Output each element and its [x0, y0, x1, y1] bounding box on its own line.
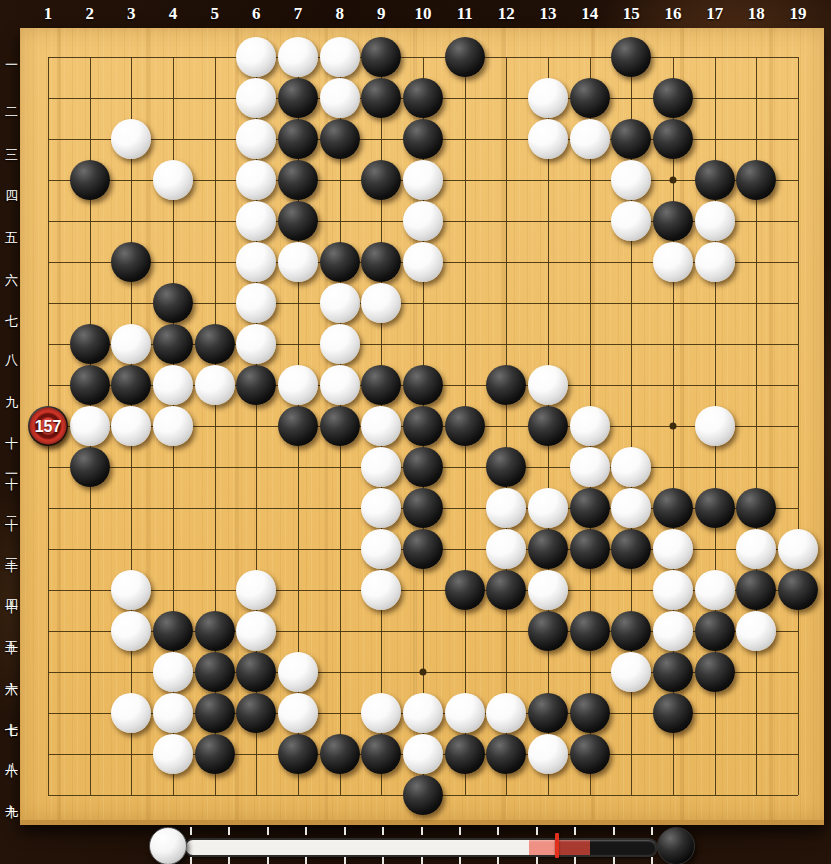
black-stone[interactable]	[278, 160, 318, 200]
black-stone[interactable]	[153, 283, 193, 323]
white-stone[interactable]	[611, 160, 651, 200]
white-stone[interactable]	[528, 78, 568, 118]
black-stone[interactable]	[570, 693, 610, 733]
slider-tick	[497, 827, 499, 835]
column-label: 3	[127, 5, 136, 22]
goban: 157	[20, 28, 824, 825]
white-stone[interactable]	[111, 324, 151, 364]
go-game-screen: 157 12345678910111213141516171819一二三四五六七…	[0, 0, 831, 864]
white-stone[interactable]	[611, 488, 651, 528]
slider-tick	[574, 857, 576, 864]
white-stone[interactable]	[361, 283, 401, 323]
black-stone[interactable]	[570, 78, 610, 118]
white-stone[interactable]	[236, 611, 276, 651]
column-label: 12	[498, 5, 515, 22]
white-stone[interactable]	[445, 693, 485, 733]
move-slider-track[interactable]	[184, 838, 658, 857]
black-stone[interactable]	[445, 37, 485, 77]
slider-tick	[651, 827, 653, 835]
column-label: 5	[210, 5, 219, 22]
white-stone[interactable]	[403, 242, 443, 282]
slider-tick	[305, 857, 307, 864]
white-stone[interactable]	[611, 201, 651, 241]
white-stone[interactable]	[528, 119, 568, 159]
slider-tick	[459, 857, 461, 864]
column-label: 11	[457, 5, 473, 22]
column-label: 15	[623, 5, 640, 22]
black-stone[interactable]	[611, 119, 651, 159]
slider-tick	[344, 827, 346, 835]
slider-tick	[267, 827, 269, 835]
white-stone[interactable]	[486, 488, 526, 528]
white-stone[interactable]	[570, 447, 610, 487]
white-stone[interactable]	[195, 365, 235, 405]
slider-tick	[267, 857, 269, 864]
slider-end-knob-black-stone[interactable]	[657, 827, 695, 864]
black-stone[interactable]	[611, 611, 651, 651]
slider-start-knob-white-stone[interactable]	[149, 827, 187, 864]
star-point	[669, 177, 676, 184]
black-stone[interactable]	[653, 119, 693, 159]
black-stone[interactable]	[320, 406, 360, 446]
white-stone[interactable]	[528, 570, 568, 610]
column-label: 10	[414, 5, 431, 22]
black-stone[interactable]	[70, 447, 110, 487]
black-stone[interactable]	[486, 365, 526, 405]
white-stone[interactable]	[611, 447, 651, 487]
white-stone[interactable]	[236, 78, 276, 118]
black-stone[interactable]	[445, 734, 485, 774]
white-stone[interactable]	[278, 693, 318, 733]
white-stone[interactable]	[653, 529, 693, 569]
black-stone[interactable]	[403, 447, 443, 487]
slider-tick	[190, 827, 192, 835]
black-stone[interactable]	[70, 160, 110, 200]
white-stone[interactable]	[653, 242, 693, 282]
white-stone[interactable]	[236, 119, 276, 159]
black-stone[interactable]	[611, 37, 651, 77]
white-stone[interactable]	[153, 160, 193, 200]
white-stone[interactable]	[570, 406, 610, 446]
slider-tick	[536, 827, 538, 835]
white-stone[interactable]	[653, 611, 693, 651]
black-stone[interactable]	[361, 37, 401, 77]
black-stone[interactable]	[403, 78, 443, 118]
black-stone[interactable]	[653, 652, 693, 692]
black-stone[interactable]	[528, 406, 568, 446]
slider-tick	[228, 857, 230, 864]
white-stone[interactable]	[320, 78, 360, 118]
column-label: 9	[377, 5, 386, 22]
white-stone[interactable]	[111, 570, 151, 610]
white-stone[interactable]	[528, 365, 568, 405]
black-stone[interactable]	[403, 488, 443, 528]
black-stone[interactable]	[320, 734, 360, 774]
column-label: 6	[252, 5, 261, 22]
black-stone[interactable]	[403, 119, 443, 159]
column-label: 7	[294, 5, 303, 22]
black-stone[interactable]	[570, 734, 610, 774]
white-stone[interactable]	[278, 652, 318, 692]
black-stone[interactable]	[361, 242, 401, 282]
white-stone[interactable]	[236, 37, 276, 77]
slider-tick	[190, 857, 192, 864]
last-move-number-marker: 157	[30, 408, 67, 445]
white-stone[interactable]	[695, 242, 735, 282]
white-stone[interactable]	[736, 529, 776, 569]
slider-tick	[421, 827, 423, 835]
black-stone[interactable]	[695, 611, 735, 651]
white-stone[interactable]	[70, 406, 110, 446]
black-stone[interactable]	[111, 365, 151, 405]
slider-tick	[536, 857, 538, 864]
black-stone[interactable]	[278, 734, 318, 774]
current-move-marker[interactable]	[555, 833, 559, 858]
black-stone[interactable]	[111, 242, 151, 282]
star-point	[419, 669, 426, 676]
white-stone[interactable]	[236, 201, 276, 241]
black-stone[interactable]	[570, 529, 610, 569]
black-stone[interactable]	[736, 570, 776, 610]
white-stone[interactable]	[403, 734, 443, 774]
black-stone[interactable]	[528, 529, 568, 569]
column-label: 14	[581, 5, 598, 22]
black-stone[interactable]	[403, 529, 443, 569]
black-stone[interactable]	[445, 570, 485, 610]
black-stone[interactable]	[361, 734, 401, 774]
white-stone[interactable]	[361, 406, 401, 446]
black-stone[interactable]	[403, 365, 443, 405]
black-stone[interactable]	[153, 324, 193, 364]
column-label: 13	[539, 5, 556, 22]
black-stone[interactable]	[403, 775, 443, 815]
white-stone[interactable]	[153, 693, 193, 733]
black-stone[interactable]	[736, 488, 776, 528]
white-stone[interactable]	[403, 160, 443, 200]
black-stone[interactable]	[570, 488, 610, 528]
white-stone[interactable]	[236, 570, 276, 610]
black-stone[interactable]	[695, 652, 735, 692]
white-stone[interactable]	[236, 242, 276, 282]
white-stone[interactable]	[153, 406, 193, 446]
white-stone[interactable]	[528, 734, 568, 774]
star-point	[669, 423, 676, 430]
column-label: 1	[44, 5, 53, 22]
slider-tick	[228, 827, 230, 835]
black-stone[interactable]	[653, 78, 693, 118]
black-stone[interactable]	[195, 324, 235, 364]
white-stone[interactable]	[486, 529, 526, 569]
black-stone[interactable]	[153, 611, 193, 651]
black-stone[interactable]	[653, 201, 693, 241]
column-label: 19	[789, 5, 806, 22]
white-stone[interactable]	[278, 37, 318, 77]
black-stone[interactable]	[278, 201, 318, 241]
white-stone[interactable]	[320, 37, 360, 77]
black-stone[interactable]	[528, 693, 568, 733]
white-stone[interactable]	[153, 365, 193, 405]
black-stone[interactable]	[653, 693, 693, 733]
black-stone[interactable]	[570, 611, 610, 651]
black-stone[interactable]	[445, 406, 485, 446]
black-stone[interactable]	[611, 529, 651, 569]
black-stone[interactable]	[486, 570, 526, 610]
slider-tick	[382, 827, 384, 835]
white-stone[interactable]	[611, 652, 651, 692]
slider-tick	[382, 857, 384, 864]
white-stone[interactable]	[111, 611, 151, 651]
move-number-label: 157	[35, 418, 62, 434]
white-stone[interactable]	[570, 119, 610, 159]
black-stone[interactable]	[736, 160, 776, 200]
black-stone[interactable]	[278, 119, 318, 159]
black-stone[interactable]	[278, 406, 318, 446]
column-label: 17	[706, 5, 723, 22]
white-stone[interactable]	[153, 734, 193, 774]
slider-tick	[574, 827, 576, 835]
white-stone[interactable]	[736, 611, 776, 651]
slider-tick	[497, 857, 499, 864]
black-stone[interactable]	[320, 119, 360, 159]
grid-line-vertical	[798, 57, 799, 795]
black-stone[interactable]	[278, 78, 318, 118]
white-stone[interactable]	[361, 447, 401, 487]
grid-line-vertical	[506, 57, 507, 795]
black-stone[interactable]	[195, 693, 235, 733]
white-stone[interactable]	[361, 570, 401, 610]
white-stone[interactable]	[778, 529, 818, 569]
black-stone[interactable]	[236, 693, 276, 733]
white-stone[interactable]	[320, 283, 360, 323]
white-stone[interactable]	[278, 242, 318, 282]
black-stone[interactable]	[236, 652, 276, 692]
black-stone[interactable]	[70, 365, 110, 405]
white-stone[interactable]	[695, 406, 735, 446]
white-stone[interactable]	[653, 570, 693, 610]
white-stone[interactable]	[236, 160, 276, 200]
white-stone[interactable]	[486, 693, 526, 733]
slider-tick	[613, 827, 615, 835]
slider-tick	[651, 857, 653, 864]
white-stone[interactable]	[111, 119, 151, 159]
slider-tick	[344, 857, 346, 864]
white-stone[interactable]	[111, 693, 151, 733]
white-stone[interactable]	[361, 693, 401, 733]
move-slider[interactable]	[0, 822, 831, 864]
slider-tick	[459, 827, 461, 835]
black-stone[interactable]	[195, 611, 235, 651]
black-stone[interactable]	[70, 324, 110, 364]
column-label: 18	[748, 5, 765, 22]
white-stone[interactable]	[320, 365, 360, 405]
white-stone[interactable]	[111, 406, 151, 446]
white-stone[interactable]	[403, 693, 443, 733]
white-stone[interactable]	[528, 488, 568, 528]
black-stone[interactable]	[528, 611, 568, 651]
white-stone[interactable]	[236, 324, 276, 364]
black-stone[interactable]	[695, 160, 735, 200]
slider-tick	[421, 857, 423, 864]
black-stone[interactable]	[695, 488, 735, 528]
black-stone[interactable]	[778, 570, 818, 610]
white-stone[interactable]	[153, 652, 193, 692]
black-stone[interactable]	[361, 160, 401, 200]
column-label: 8	[335, 5, 344, 22]
white-stone[interactable]	[278, 365, 318, 405]
column-label: 16	[664, 5, 681, 22]
black-stone[interactable]	[653, 488, 693, 528]
black-stone[interactable]	[403, 406, 443, 446]
white-stone[interactable]	[320, 324, 360, 364]
black-stone[interactable]	[236, 365, 276, 405]
black-stone[interactable]	[486, 447, 526, 487]
black-stone[interactable]	[486, 734, 526, 774]
black-stone[interactable]	[361, 78, 401, 118]
black-stone[interactable]	[320, 242, 360, 282]
black-stone[interactable]	[195, 734, 235, 774]
white-stone[interactable]	[695, 201, 735, 241]
white-stone[interactable]	[361, 529, 401, 569]
white-stone[interactable]	[403, 201, 443, 241]
slider-tick	[305, 827, 307, 835]
white-stone[interactable]	[695, 570, 735, 610]
white-stone[interactable]	[236, 283, 276, 323]
black-stone[interactable]	[195, 652, 235, 692]
black-stone[interactable]	[361, 365, 401, 405]
column-label: 4	[169, 5, 178, 22]
slider-tick	[613, 857, 615, 864]
white-stone[interactable]	[361, 488, 401, 528]
column-label: 2	[85, 5, 94, 22]
